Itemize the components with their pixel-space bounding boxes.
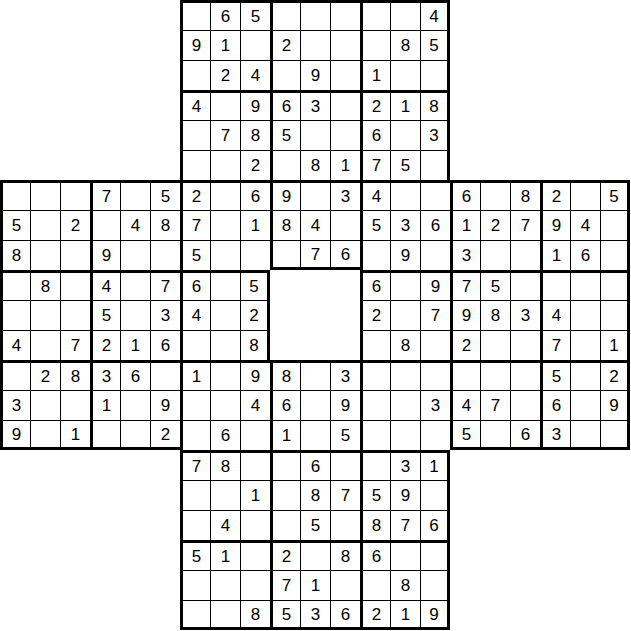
outside-area [330,270,360,300]
outside-area [450,120,480,150]
outside-area [60,30,90,60]
empty-cell-r12c14[interactable] [420,360,450,390]
empty-cell-r13c17[interactable] [510,390,540,420]
given-digit-cell-r11c15: 2 [450,330,480,360]
outside-area [480,0,510,30]
given-digit-cell-r11c18: 7 [540,330,570,360]
empty-cell-r4c11[interactable] [330,120,360,150]
given-digit-cell-r13c16: 7 [480,390,510,420]
outside-area [450,540,480,570]
outside-area [510,510,540,540]
empty-cell-r12c7[interactable] [210,360,240,390]
empty-cell-r0c11[interactable] [330,0,360,30]
outside-area [540,60,570,90]
outside-area [60,90,90,120]
empty-cell-r2c14[interactable] [420,60,450,90]
given-digit-cell-r3c9: 6 [270,90,300,120]
empty-cell-r16c14[interactable] [420,480,450,510]
empty-cell-r5c7[interactable] [210,150,240,180]
given-digit-cell-r5c11: 1 [330,150,360,180]
outside-area [0,450,30,480]
empty-cell-r9c18[interactable] [540,270,570,300]
given-digit-cell-r7c17: 7 [510,210,540,240]
given-digit-cell-r17c10: 5 [300,510,330,540]
given-digit-cell-r17c12: 8 [360,510,390,540]
outside-area [30,450,60,480]
empty-cell-r12c0[interactable] [0,360,30,390]
empty-cell-r13c12[interactable] [360,390,390,420]
given-digit-cell-r1c13: 8 [390,30,420,60]
empty-cell-r12c17[interactable] [510,360,540,390]
given-digit-cell-r10c8: 2 [240,300,270,330]
empty-cell-r2c9[interactable] [270,60,300,90]
empty-cell-r11c1[interactable] [30,330,60,360]
outside-area [120,600,150,630]
outside-area [570,60,600,90]
given-digit-cell-r12c1: 2 [30,360,60,390]
given-digit-cell-r6c20: 5 [600,180,630,210]
given-digit-cell-r3c10: 3 [300,90,330,120]
outside-area [120,0,150,30]
outside-area [150,570,180,600]
empty-cell-r9c4[interactable] [120,270,150,300]
empty-cell-r3c7[interactable] [210,90,240,120]
empty-cell-r12c16[interactable] [480,360,510,390]
empty-cell-r11c19[interactable] [570,330,600,360]
empty-cell-r9c19[interactable] [570,270,600,300]
empty-cell-r0c9[interactable] [270,0,300,30]
given-digit-cell-r10c14: 7 [420,300,450,330]
empty-cell-r10c4[interactable] [120,300,150,330]
empty-cell-r8c14[interactable] [420,240,450,270]
given-digit-cell-r16c10: 8 [300,480,330,510]
outside-area [480,120,510,150]
empty-cell-r11c14[interactable] [420,330,450,360]
empty-cell-r12c5[interactable] [150,360,180,390]
empty-cell-r11c17[interactable] [510,330,540,360]
outside-area [30,600,60,630]
outside-area [150,120,180,150]
given-digit-cell-r3c8: 9 [240,90,270,120]
outside-area [30,570,60,600]
given-digit-cell-r16c12: 5 [360,480,390,510]
outside-area [600,450,630,480]
empty-cell-r15c11[interactable] [330,450,360,480]
empty-cell-r9c0[interactable] [0,270,30,300]
given-digit-cell-r8c11: 6 [330,240,360,270]
outside-area [540,540,570,570]
outside-area [330,300,360,330]
given-digit-cell-r6c17: 8 [510,180,540,210]
given-digit-cell-r9c14: 9 [420,270,450,300]
empty-cell-r2c6[interactable] [180,60,210,90]
empty-cell-r14c3[interactable] [90,420,120,450]
outside-area [150,450,180,480]
outside-area [60,540,90,570]
empty-cell-r14c10[interactable] [300,420,330,450]
outside-area [90,600,120,630]
empty-cell-r20c7[interactable] [210,600,240,630]
outside-area [480,90,510,120]
given-digit-cell-r6c5: 5 [150,180,180,210]
outside-area [30,30,60,60]
given-digit-cell-r16c13: 9 [390,480,420,510]
given-digit-cell-r11c0: 4 [0,330,30,360]
empty-cell-r9c20[interactable] [600,270,630,300]
given-digit-cell-r20c10: 3 [300,600,330,630]
outside-area [600,570,630,600]
given-digit-cell-r5c12: 7 [360,150,390,180]
given-digit-cell-r16c11: 7 [330,480,360,510]
empty-cell-r3c11[interactable] [330,90,360,120]
given-digit-cell-r15c7: 8 [210,450,240,480]
outside-area [600,540,630,570]
outside-area [510,450,540,480]
outside-area [480,150,510,180]
outside-area [60,570,90,600]
empty-cell-r19c14[interactable] [420,570,450,600]
empty-cell-r9c17[interactable] [510,270,540,300]
empty-cell-r13c7[interactable] [210,390,240,420]
given-digit-cell-r2c12: 1 [360,60,390,90]
given-digit-cell-r18c6: 5 [180,540,210,570]
outside-area [540,510,570,540]
given-digit-cell-r13c15: 4 [450,390,480,420]
given-digit-cell-r13c14: 3 [420,390,450,420]
outside-area [510,60,540,90]
empty-cell-r11c6[interactable] [180,330,210,360]
outside-area [510,570,540,600]
empty-cell-r4c6[interactable] [180,120,210,150]
outside-area [570,30,600,60]
outside-area [540,150,570,180]
empty-cell-r12c12[interactable] [360,360,390,390]
outside-area [60,600,90,630]
empty-cell-r8c12[interactable] [360,240,390,270]
given-digit-cell-r12c3: 3 [90,360,120,390]
empty-cell-r8c4[interactable] [120,240,150,270]
empty-cell-r1c12[interactable] [360,30,390,60]
given-digit-cell-r6c18: 2 [540,180,570,210]
outside-area [150,150,180,180]
outside-area [570,570,600,600]
empty-cell-r0c13[interactable] [390,0,420,30]
outside-area [0,510,30,540]
empty-cell-r8c16[interactable] [480,240,510,270]
empty-cell-r8c20[interactable] [600,240,630,270]
given-digit-cell-r6c3: 7 [90,180,120,210]
given-digit-cell-r15c14: 1 [420,450,450,480]
given-digit-cell-r18c7: 1 [210,540,240,570]
empty-cell-r19c12[interactable] [360,570,390,600]
empty-cell-r20c6[interactable] [180,600,210,630]
empty-cell-r1c8[interactable] [240,30,270,60]
empty-cell-r15c12[interactable] [360,450,390,480]
empty-cell-r8c9[interactable] [270,240,300,270]
given-digit-cell-r14c5: 2 [150,420,180,450]
empty-cell-r7c7[interactable] [210,210,240,240]
empty-cell-r14c1[interactable] [30,420,60,450]
empty-cell-r19c11[interactable] [330,570,360,600]
outside-area [600,90,630,120]
outside-area [30,0,60,30]
board: 6549128524914963218785632817575269346825… [0,0,630,630]
empty-cell-r14c20[interactable] [600,420,630,450]
outside-area [540,90,570,120]
empty-cell-r5c6[interactable] [180,150,210,180]
empty-cell-r6c10[interactable] [300,180,330,210]
outside-area [450,30,480,60]
given-digit-cell-r15c13: 3 [390,450,420,480]
empty-cell-r8c5[interactable] [150,240,180,270]
outside-area [90,90,120,120]
given-digit-cell-r10c6: 4 [180,300,210,330]
empty-cell-r2c13[interactable] [390,60,420,90]
outside-area [150,540,180,570]
empty-cell-r18c10[interactable] [300,540,330,570]
empty-cell-r4c13[interactable] [390,120,420,150]
empty-cell-r16c7[interactable] [210,480,240,510]
empty-cell-r5c14[interactable] [420,150,450,180]
empty-cell-r0c12[interactable] [360,0,390,30]
given-digit-cell-r14c9: 1 [270,420,300,450]
given-digit-cell-r9c3: 4 [90,270,120,300]
given-digit-cell-r10c16: 8 [480,300,510,330]
outside-area [480,540,510,570]
empty-cell-r6c16[interactable] [480,180,510,210]
empty-cell-r15c9[interactable] [270,450,300,480]
outside-area [90,150,120,180]
given-digit-cell-r10c15: 9 [450,300,480,330]
given-digit-cell-r11c5: 6 [150,330,180,360]
given-digit-cell-r14c11: 5 [330,420,360,450]
empty-cell-r9c2[interactable] [60,270,90,300]
empty-cell-r17c6[interactable] [180,510,210,540]
given-digit-cell-r9c16: 5 [480,270,510,300]
empty-cell-r6c7[interactable] [210,180,240,210]
empty-cell-r14c12[interactable] [360,420,390,450]
empty-cell-r17c9[interactable] [270,510,300,540]
outside-area [510,30,540,60]
given-digit-cell-r12c8: 9 [240,360,270,390]
given-digit-cell-r8c13: 9 [390,240,420,270]
outside-area [60,120,90,150]
outside-area [90,30,120,60]
empty-cell-r19c6[interactable] [180,570,210,600]
given-digit-cell-r13c8: 4 [240,390,270,420]
given-digit-cell-r4c8: 8 [240,120,270,150]
given-digit-cell-r1c9: 2 [270,30,300,60]
empty-cell-r8c8[interactable] [240,240,270,270]
outside-area [90,0,120,30]
outside-area [60,450,90,480]
empty-cell-r13c13[interactable] [390,390,420,420]
outside-area [480,570,510,600]
given-digit-cell-r17c14: 6 [420,510,450,540]
empty-cell-r9c13[interactable] [390,270,420,300]
empty-cell-r10c7[interactable] [210,300,240,330]
empty-cell-r7c20[interactable] [600,210,630,240]
outside-area [120,540,150,570]
given-digit-cell-r18c11: 8 [330,540,360,570]
given-digit-cell-r0c14: 4 [420,0,450,30]
empty-cell-r17c11[interactable] [330,510,360,540]
empty-cell-r6c14[interactable] [420,180,450,210]
outside-area [450,90,480,120]
outside-area [450,60,480,90]
empty-cell-r18c14[interactable] [420,540,450,570]
given-digit-cell-r5c8: 2 [240,150,270,180]
given-digit-cell-r6c6: 2 [180,180,210,210]
empty-cell-r6c2[interactable] [60,180,90,210]
given-digit-cell-r10c12: 2 [360,300,390,330]
given-digit-cell-r12c4: 6 [120,360,150,390]
outside-area [600,150,630,180]
outside-area [600,600,630,630]
outside-area [30,480,60,510]
empty-cell-r14c13[interactable] [390,420,420,450]
given-digit-cell-r13c11: 9 [330,390,360,420]
given-digit-cell-r17c13: 7 [390,510,420,540]
empty-cell-r17c8[interactable] [240,510,270,540]
empty-cell-r12c15[interactable] [450,360,480,390]
empty-cell-r4c10[interactable] [300,120,330,150]
empty-cell-r2c11[interactable] [330,60,360,90]
given-digit-cell-r11c2: 7 [60,330,90,360]
outside-area [0,0,30,30]
empty-cell-r18c13[interactable] [390,540,420,570]
empty-cell-r10c19[interactable] [570,300,600,330]
outside-area [480,510,510,540]
given-digit-cell-r14c15: 5 [450,420,480,450]
empty-cell-r16c6[interactable] [180,480,210,510]
given-digit-cell-r20c12: 2 [360,600,390,630]
empty-cell-r8c17[interactable] [510,240,540,270]
empty-cell-r9c7[interactable] [210,270,240,300]
given-digit-cell-r6c15: 6 [450,180,480,210]
outside-area [150,600,180,630]
empty-cell-r1c10[interactable] [300,30,330,60]
empty-cell-r14c6[interactable] [180,420,210,450]
given-digit-cell-r20c13: 1 [390,600,420,630]
outside-area [60,480,90,510]
empty-cell-r7c11[interactable] [330,210,360,240]
outside-area [0,150,30,180]
outside-area [510,540,540,570]
given-digit-cell-r18c12: 6 [360,540,390,570]
given-digit-cell-r7c14: 6 [420,210,450,240]
empty-cell-r19c8[interactable] [240,570,270,600]
empty-cell-r8c2[interactable] [60,240,90,270]
given-digit-cell-r20c8: 8 [240,600,270,630]
empty-cell-r14c14[interactable] [420,420,450,450]
empty-cell-r10c2[interactable] [60,300,90,330]
given-digit-cell-r19c10: 1 [300,570,330,600]
outside-area [270,270,300,300]
empty-cell-r0c6[interactable] [180,0,210,30]
given-digit-cell-r4c14: 3 [420,120,450,150]
outside-area [0,570,30,600]
empty-cell-r13c2[interactable] [60,390,90,420]
outside-area [510,90,540,120]
outside-area [270,300,300,330]
empty-cell-r6c19[interactable] [570,180,600,210]
empty-cell-r6c1[interactable] [30,180,60,210]
empty-cell-r14c8[interactable] [240,420,270,450]
empty-cell-r1c11[interactable] [330,30,360,60]
empty-cell-r6c0[interactable] [0,180,30,210]
empty-cell-r19c7[interactable] [210,570,240,600]
empty-cell-r6c4[interactable] [120,180,150,210]
empty-cell-r16c9[interactable] [270,480,300,510]
given-digit-cell-r7c16: 2 [480,210,510,240]
given-digit-cell-r7c4: 4 [120,210,150,240]
outside-area [120,90,150,120]
given-digit-cell-r7c5: 8 [150,210,180,240]
empty-cell-r6c13[interactable] [390,180,420,210]
empty-cell-r14c4[interactable] [120,420,150,450]
empty-cell-r12c10[interactable] [300,360,330,390]
given-digit-cell-r1c7: 1 [210,30,240,60]
empty-cell-r7c3[interactable] [90,210,120,240]
empty-cell-r5c9[interactable] [270,150,300,180]
empty-cell-r10c1[interactable] [30,300,60,330]
outside-area [510,480,540,510]
given-digit-cell-r12c6: 1 [180,360,210,390]
empty-cell-r14c16[interactable] [480,420,510,450]
given-digit-cell-r9c1: 8 [30,270,60,300]
given-digit-cell-r9c5: 7 [150,270,180,300]
given-digit-cell-r20c11: 6 [330,600,360,630]
empty-cell-r15c8[interactable] [240,450,270,480]
outside-area [30,150,60,180]
empty-cell-r13c4[interactable] [120,390,150,420]
outside-area [540,480,570,510]
outside-area [570,510,600,540]
empty-cell-r11c12[interactable] [360,330,390,360]
given-digit-cell-r8c18: 1 [540,240,570,270]
empty-cell-r14c19[interactable] [570,420,600,450]
empty-cell-r13c10[interactable] [300,390,330,420]
empty-cell-r11c7[interactable] [210,330,240,360]
outside-area [570,540,600,570]
empty-cell-r7c1[interactable] [30,210,60,240]
empty-cell-r10c20[interactable] [600,300,630,330]
empty-cell-r8c1[interactable] [30,240,60,270]
empty-cell-r0c10[interactable] [300,0,330,30]
given-digit-cell-r9c12: 6 [360,270,390,300]
empty-cell-r13c1[interactable] [30,390,60,420]
empty-cell-r8c7[interactable] [210,240,240,270]
empty-cell-r18c8[interactable] [240,540,270,570]
outside-area [0,120,30,150]
outside-area [450,450,480,480]
empty-cell-r12c13[interactable] [390,360,420,390]
empty-cell-r10c13[interactable] [390,300,420,330]
given-digit-cell-r19c9: 7 [270,570,300,600]
outside-area [540,450,570,480]
outside-area [30,510,60,540]
empty-cell-r10c0[interactable] [0,300,30,330]
given-digit-cell-r0c7: 6 [210,0,240,30]
empty-cell-r13c19[interactable] [570,390,600,420]
empty-cell-r12c19[interactable] [570,360,600,390]
outside-area [0,480,30,510]
empty-cell-r13c6[interactable] [180,390,210,420]
empty-cell-r11c16[interactable] [480,330,510,360]
outside-area [30,90,60,120]
given-digit-cell-r7c15: 1 [450,210,480,240]
